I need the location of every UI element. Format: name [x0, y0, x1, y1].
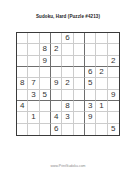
sudoku-cell-r1c6 [74, 33, 85, 44]
sudoku-cell-r3c8 [96, 56, 107, 67]
sudoku-cell-r7c1: 4 [17, 101, 28, 112]
sudoku-cell-r5c4: 9 [51, 78, 62, 89]
sudoku-cell-r2c2 [28, 44, 39, 55]
sudoku-cell-r2c6 [74, 44, 85, 55]
sudoku-cell-r1c2 [28, 33, 39, 44]
sudoku-cell-r2c9 [108, 44, 119, 55]
sudoku-cell-r3c1 [17, 56, 28, 67]
sudoku-cell-r3c2 [28, 56, 39, 67]
sudoku-cell-r2c4: 2 [51, 44, 62, 55]
sudoku-cell-r9c9: 5 [108, 124, 119, 135]
sudoku-cell-r1c1 [17, 33, 28, 44]
sudoku-cell-r6c3: 5 [40, 90, 51, 101]
sudoku-cell-r7c2 [28, 101, 39, 112]
sudoku-cell-r5c3 [40, 78, 51, 89]
sudoku-cell-r3c3: 9 [40, 56, 51, 67]
sudoku-cell-r3c4 [51, 56, 62, 67]
footer-url: www.PrintSudoku.com [0, 164, 136, 168]
sudoku-cell-r7c3 [40, 101, 51, 112]
sudoku-cell-r4c6 [74, 67, 85, 78]
sudoku-cell-r8c3 [40, 112, 51, 123]
sudoku-cell-r7c6 [74, 101, 85, 112]
sudoku-cell-r4c5 [62, 67, 73, 78]
sudoku-cell-r8c4: 4 [51, 112, 62, 123]
sudoku-cell-r6c8 [96, 90, 107, 101]
sudoku-cell-r1c9 [108, 33, 119, 44]
sudoku-cell-r7c5: 8 [62, 101, 73, 112]
sudoku-cell-r5c5: 2 [62, 78, 73, 89]
sudoku-cell-r4c2 [28, 67, 39, 78]
sudoku-cell-r9c5 [62, 124, 73, 135]
sudoku-cell-r6c2: 3 [28, 90, 39, 101]
sudoku-cell-r1c4 [51, 33, 62, 44]
sudoku-cell-r8c7: 9 [85, 112, 96, 123]
sudoku-cell-r5c7: 5 [85, 78, 96, 89]
puzzle-title: Sudoku, Hard (Puzzle #4213) [0, 14, 136, 19]
sudoku-cell-r6c6 [74, 90, 85, 101]
sudoku-cell-r8c5: 3 [62, 112, 73, 123]
sudoku-cell-r3c7 [85, 56, 96, 67]
sudoku-cell-r5c2: 7 [28, 78, 39, 89]
sudoku-cell-r3c9: 2 [108, 56, 119, 67]
sudoku-cell-r6c4 [51, 90, 62, 101]
sudoku-cell-r6c9: 9 [108, 90, 119, 101]
sudoku-cell-r4c7: 6 [85, 67, 96, 78]
sudoku-cell-r2c7 [85, 44, 96, 55]
sudoku-cell-r6c1 [17, 90, 28, 101]
sudoku-cell-r1c5: 6 [62, 33, 73, 44]
sudoku-cell-r7c9 [108, 101, 119, 112]
sudoku-cell-r7c8: 1 [96, 101, 107, 112]
sudoku-cell-r4c3 [40, 67, 51, 78]
sudoku-cell-r8c9 [108, 112, 119, 123]
sudoku-cell-r9c7 [85, 124, 96, 135]
sudoku-cell-r6c7 [85, 90, 96, 101]
sudoku-cell-r9c3 [40, 124, 51, 135]
sudoku-cell-r2c5 [62, 44, 73, 55]
sudoku-cell-r9c4: 6 [51, 124, 62, 135]
sudoku-cell-r4c1 [17, 67, 28, 78]
sudoku-cell-r7c7: 3 [85, 101, 96, 112]
sudoku-cell-r7c4 [51, 101, 62, 112]
sudoku-cell-r9c6 [74, 124, 85, 135]
sudoku-cell-r3c5 [62, 56, 73, 67]
sudoku-cell-r2c3: 8 [40, 44, 51, 55]
sudoku-cell-r6c5 [62, 90, 73, 101]
sudoku-cell-r4c4 [51, 67, 62, 78]
sudoku-cell-r8c6 [74, 112, 85, 123]
sudoku-cell-r9c8 [96, 124, 107, 135]
sudoku-cell-r1c3 [40, 33, 51, 44]
sudoku-cell-r4c9 [108, 67, 119, 78]
sudoku-cell-r5c9 [108, 78, 119, 89]
sudoku-cell-r8c1 [17, 112, 28, 123]
sudoku-cell-r5c8 [96, 78, 107, 89]
sudoku-cell-r4c8: 2 [96, 67, 107, 78]
sudoku-cell-r2c8 [96, 44, 107, 55]
sudoku-cell-r9c1 [17, 124, 28, 135]
sudoku-page: Sudoku, Hard (Puzzle #4213) 682926287925… [0, 0, 136, 176]
sudoku-cell-r3c6 [74, 56, 85, 67]
sudoku-cell-r5c6 [74, 78, 85, 89]
sudoku-cell-r5c1: 8 [17, 78, 28, 89]
sudoku-cell-r1c7 [85, 33, 96, 44]
sudoku-cell-r1c8 [96, 33, 107, 44]
sudoku-cell-r9c2 [28, 124, 39, 135]
sudoku-board: 6829262879253594831143965 [16, 32, 120, 136]
sudoku-cell-r8c8 [96, 112, 107, 123]
sudoku-cell-r2c1 [17, 44, 28, 55]
sudoku-cell-r8c2: 1 [28, 112, 39, 123]
